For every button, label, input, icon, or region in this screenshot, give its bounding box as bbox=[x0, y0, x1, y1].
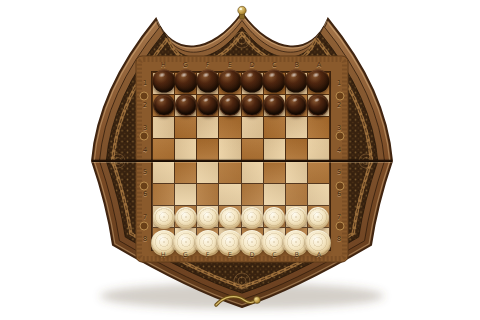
square-B2[interactable] bbox=[286, 95, 307, 116]
square-F5[interactable] bbox=[197, 162, 218, 183]
square-D2[interactable] bbox=[242, 95, 263, 116]
piece-dark-pawn[interactable] bbox=[285, 94, 307, 116]
square-E8[interactable] bbox=[219, 228, 240, 249]
chess-board-photo: HGFEDCBA HGFEDCBA 12345678 12345678 bbox=[0, 0, 480, 320]
piece-dark-rook[interactable] bbox=[152, 69, 175, 92]
piece-dark-pawn[interactable] bbox=[175, 94, 197, 116]
square-C5[interactable] bbox=[264, 162, 285, 183]
square-D8[interactable] bbox=[242, 228, 263, 249]
square-G2[interactable] bbox=[175, 95, 196, 116]
square-D3[interactable] bbox=[242, 117, 263, 138]
piece-light-pawn[interactable] bbox=[175, 207, 197, 229]
square-H8[interactable] bbox=[153, 228, 174, 249]
piece-light-pawn[interactable] bbox=[219, 207, 241, 229]
square-A3[interactable] bbox=[308, 117, 329, 138]
square-E3[interactable] bbox=[219, 117, 240, 138]
square-A7[interactable] bbox=[308, 206, 329, 227]
square-F1[interactable] bbox=[197, 73, 218, 94]
square-G8[interactable] bbox=[175, 228, 196, 249]
square-G6[interactable] bbox=[175, 184, 196, 205]
piece-light-rook[interactable] bbox=[305, 230, 331, 256]
square-B8[interactable] bbox=[286, 228, 307, 249]
square-G5[interactable] bbox=[175, 162, 196, 183]
square-G3[interactable] bbox=[175, 117, 196, 138]
square-C4[interactable] bbox=[264, 139, 285, 160]
piece-light-pawn[interactable] bbox=[307, 207, 329, 229]
piece-light-pawn[interactable] bbox=[153, 207, 175, 229]
square-C6[interactable] bbox=[264, 184, 285, 205]
square-E7[interactable] bbox=[219, 206, 240, 227]
square-E1[interactable] bbox=[219, 73, 240, 94]
square-H5[interactable] bbox=[153, 162, 174, 183]
square-A2[interactable] bbox=[308, 95, 329, 116]
square-C3[interactable] bbox=[264, 117, 285, 138]
square-F8[interactable] bbox=[197, 228, 218, 249]
square-B7[interactable] bbox=[286, 206, 307, 227]
square-A8[interactable] bbox=[308, 228, 329, 249]
square-F2[interactable] bbox=[197, 95, 218, 116]
square-B4[interactable] bbox=[286, 139, 307, 160]
square-D4[interactable] bbox=[242, 139, 263, 160]
piece-dark-pawn[interactable] bbox=[197, 94, 219, 116]
square-H3[interactable] bbox=[153, 117, 174, 138]
piece-dark-pawn[interactable] bbox=[241, 94, 263, 116]
piece-dark-queen[interactable] bbox=[218, 69, 241, 92]
square-A5[interactable] bbox=[308, 162, 329, 183]
square-A6[interactable] bbox=[308, 184, 329, 205]
square-F3[interactable] bbox=[197, 117, 218, 138]
piece-dark-knight[interactable] bbox=[285, 69, 308, 92]
square-E5[interactable] bbox=[219, 162, 240, 183]
square-D6[interactable] bbox=[242, 184, 263, 205]
square-A4[interactable] bbox=[308, 139, 329, 160]
square-B5[interactable] bbox=[286, 162, 307, 183]
square-E2[interactable] bbox=[219, 95, 240, 116]
square-G7[interactable] bbox=[175, 206, 196, 227]
square-F4[interactable] bbox=[197, 139, 218, 160]
piece-dark-bishop[interactable] bbox=[263, 69, 286, 92]
square-B6[interactable] bbox=[286, 184, 307, 205]
square-C1[interactable] bbox=[264, 73, 285, 94]
piece-dark-pawn[interactable] bbox=[219, 94, 241, 116]
square-H6[interactable] bbox=[153, 184, 174, 205]
fold-seam bbox=[92, 160, 392, 163]
piece-dark-pawn[interactable] bbox=[263, 94, 285, 116]
square-B1[interactable] bbox=[286, 73, 307, 94]
piece-dark-king[interactable] bbox=[241, 69, 264, 92]
square-A1[interactable] bbox=[308, 73, 329, 94]
square-C7[interactable] bbox=[264, 206, 285, 227]
square-D7[interactable] bbox=[242, 206, 263, 227]
square-D1[interactable] bbox=[242, 73, 263, 94]
piece-light-pawn[interactable] bbox=[241, 207, 263, 229]
square-E4[interactable] bbox=[219, 139, 240, 160]
piece-dark-knight[interactable] bbox=[174, 69, 197, 92]
square-G1[interactable] bbox=[175, 73, 196, 94]
square-E6[interactable] bbox=[219, 184, 240, 205]
square-D5[interactable] bbox=[242, 162, 263, 183]
square-C8[interactable] bbox=[264, 228, 285, 249]
piece-dark-rook[interactable] bbox=[307, 69, 330, 92]
square-H2[interactable] bbox=[153, 95, 174, 116]
piece-light-pawn[interactable] bbox=[285, 207, 307, 229]
square-G4[interactable] bbox=[175, 139, 196, 160]
piece-light-pawn[interactable] bbox=[197, 207, 219, 229]
square-H7[interactable] bbox=[153, 206, 174, 227]
piece-dark-pawn[interactable] bbox=[307, 94, 329, 116]
square-F7[interactable] bbox=[197, 206, 218, 227]
square-H4[interactable] bbox=[153, 139, 174, 160]
piece-dark-pawn[interactable] bbox=[153, 94, 175, 116]
square-C2[interactable] bbox=[264, 95, 285, 116]
square-F6[interactable] bbox=[197, 184, 218, 205]
piece-light-pawn[interactable] bbox=[263, 207, 285, 229]
square-H1[interactable] bbox=[153, 73, 174, 94]
square-B3[interactable] bbox=[286, 117, 307, 138]
piece-dark-bishop[interactable] bbox=[196, 69, 219, 92]
